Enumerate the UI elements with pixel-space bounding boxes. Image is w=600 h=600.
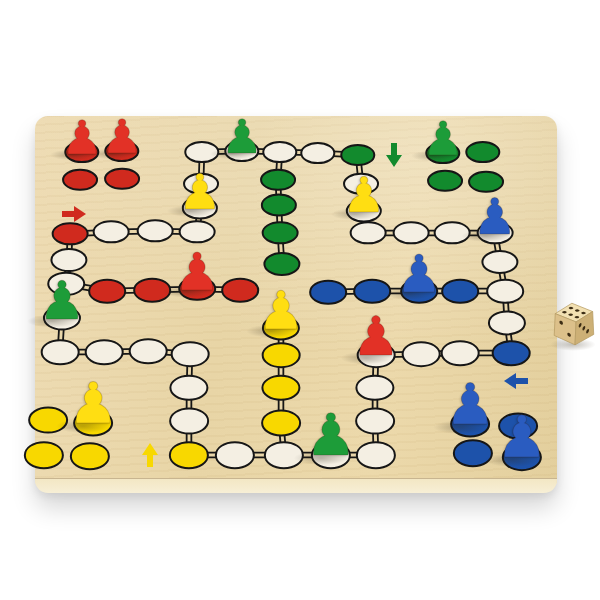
start-cell-green[interactable] — [340, 144, 375, 166]
wooden-die[interactable] — [551, 297, 599, 349]
track-cell-19[interactable] — [486, 279, 524, 304]
goal-cell-blue-4[interactable] — [309, 280, 347, 305]
track-cell-18[interactable] — [481, 250, 518, 274]
track-cell-15[interactable] — [393, 221, 430, 244]
goal-cell-red-2[interactable] — [133, 278, 171, 303]
track-cell-20[interactable] — [488, 310, 526, 335]
pawn-green-1[interactable]: ♟ — [422, 115, 464, 162]
pawn-yellow-2[interactable]: ♟ — [178, 168, 222, 217]
track-cell-14[interactable] — [350, 221, 387, 244]
home-cell-blue-BL[interactable] — [453, 439, 493, 467]
pawn-red-4[interactable]: ♟ — [174, 246, 221, 298]
goal-cell-blue-3[interactable] — [353, 279, 391, 304]
goal-cell-red-4[interactable] — [221, 278, 259, 303]
track-cell-10[interactable] — [300, 142, 335, 164]
pawn-red-2[interactable]: ♟ — [101, 113, 143, 160]
photo-scene: ♟♟♟♟♟♟♟♟♟♟♟♟♟♟♟♟ — [0, 0, 600, 600]
track-cell-27[interactable] — [356, 441, 396, 469]
goal-cell-green-2[interactable] — [261, 194, 297, 217]
goal-cell-red-1[interactable] — [88, 279, 126, 304]
pawn-yellow-4[interactable]: ♟ — [257, 284, 305, 337]
pawn-blue-4[interactable]: ♟ — [396, 248, 443, 300]
pawn-red-3[interactable]: ♟ — [352, 310, 400, 364]
pawn-blue-3[interactable]: ♟ — [473, 192, 518, 242]
pawn-blue-2[interactable]: ♟ — [496, 408, 548, 466]
pawn-blue-1[interactable]: ♟ — [444, 376, 495, 433]
start-cell-red[interactable] — [52, 222, 89, 245]
start-cell-yellow[interactable] — [169, 441, 209, 469]
pawn-green-4[interactable]: ♟ — [38, 274, 86, 327]
goal-cell-yellow-1[interactable] — [261, 409, 301, 436]
track-cell-2[interactable] — [93, 220, 130, 243]
track-cell-36[interactable] — [85, 339, 124, 365]
track-cell-32[interactable] — [169, 408, 209, 435]
home-cell-yellow-TL[interactable] — [28, 407, 68, 434]
track-cell-4[interactable] — [179, 220, 216, 243]
track-cell-7[interactable] — [184, 141, 219, 163]
pawn-yellow-3[interactable]: ♟ — [342, 171, 386, 220]
goal-cell-blue-1[interactable] — [441, 279, 479, 304]
track-cell-34[interactable] — [171, 341, 210, 367]
track-cell-22[interactable] — [441, 340, 480, 366]
pawn-yellow-1[interactable]: ♟ — [67, 375, 118, 432]
home-cell-yellow-BR[interactable] — [70, 442, 110, 470]
start-cell-blue[interactable] — [492, 340, 531, 366]
track-cell-3[interactable] — [137, 219, 174, 242]
goal-cell-green-3[interactable] — [262, 221, 299, 244]
goal-cell-green-4[interactable] — [263, 252, 300, 276]
track-cell-26[interactable] — [355, 408, 395, 435]
home-cell-green-TR[interactable] — [465, 141, 500, 163]
track-cell-9[interactable] — [262, 141, 297, 163]
track-cell-35[interactable] — [129, 338, 168, 364]
track-cell-40[interactable] — [50, 248, 87, 272]
pawn-green-3[interactable]: ♟ — [305, 406, 357, 464]
track-cell-16[interactable] — [434, 221, 471, 244]
goal-cell-yellow-3[interactable] — [262, 342, 301, 368]
track-cell-23[interactable] — [402, 341, 441, 367]
track-cell-29[interactable] — [264, 441, 304, 469]
pawn-red-1[interactable]: ♟ — [61, 114, 103, 161]
home-cell-yellow-BL[interactable] — [24, 441, 64, 469]
track-cell-30[interactable] — [215, 441, 255, 469]
pawn-green-2[interactable]: ♟ — [221, 113, 263, 160]
board-front-edge — [35, 478, 557, 493]
track-cell-37[interactable] — [41, 339, 80, 365]
